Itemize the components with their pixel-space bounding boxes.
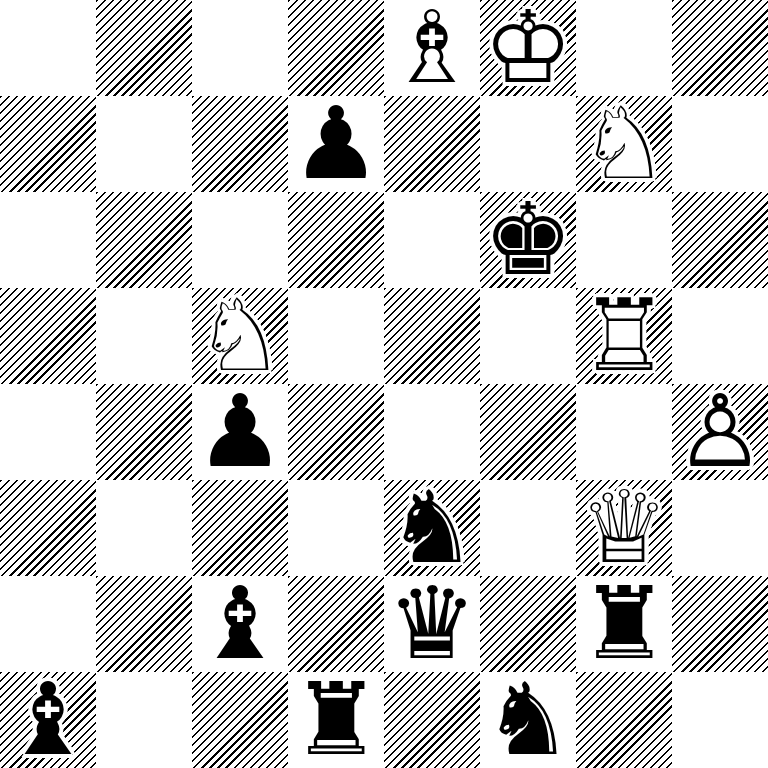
piece-glyph: ♟: [288, 96, 384, 192]
piece-glyph: ♜: [576, 576, 672, 672]
white-knight-piece[interactable]: ♞♘: [192, 288, 288, 384]
square-c4[interactable]: ♟♟: [192, 384, 288, 480]
square-c2[interactable]: ♝♝: [192, 576, 288, 672]
square-h2[interactable]: [672, 576, 768, 672]
square-c5[interactable]: ♞♘: [192, 288, 288, 384]
black-king-piece[interactable]: ♚♚: [480, 192, 576, 288]
piece-glyph: ♘: [192, 288, 288, 384]
square-f8[interactable]: ♚♔: [480, 0, 576, 96]
square-g5[interactable]: ♜♖: [576, 288, 672, 384]
square-g3[interactable]: ♛♕: [576, 480, 672, 576]
black-pawn-piece[interactable]: ♟♟: [192, 384, 288, 480]
square-b1[interactable]: [96, 672, 192, 768]
square-e1[interactable]: [384, 672, 480, 768]
square-e8[interactable]: ♝♗: [384, 0, 480, 96]
square-h3[interactable]: [672, 480, 768, 576]
square-d7[interactable]: ♟♟: [288, 96, 384, 192]
white-king-piece[interactable]: ♚♔: [480, 0, 576, 96]
black-knight-piece[interactable]: ♞♞: [384, 480, 480, 576]
square-d3[interactable]: [288, 480, 384, 576]
white-bishop-piece[interactable]: ♝♗: [384, 0, 480, 96]
square-f5[interactable]: [480, 288, 576, 384]
square-b3[interactable]: [96, 480, 192, 576]
square-b5[interactable]: [96, 288, 192, 384]
square-a8[interactable]: [0, 0, 96, 96]
square-h6[interactable]: [672, 192, 768, 288]
black-knight-piece[interactable]: ♞♞: [480, 672, 576, 768]
square-d4[interactable]: [288, 384, 384, 480]
square-e3[interactable]: ♞♞: [384, 480, 480, 576]
piece-glyph: ♗: [384, 0, 480, 96]
square-d8[interactable]: [288, 0, 384, 96]
square-a3[interactable]: [0, 480, 96, 576]
piece-glyph: ♞: [480, 672, 576, 768]
piece-glyph: ♜: [288, 672, 384, 768]
square-a5[interactable]: [0, 288, 96, 384]
square-e4[interactable]: [384, 384, 480, 480]
black-bishop-piece[interactable]: ♝♝: [0, 672, 96, 768]
black-queen-piece[interactable]: ♛♛: [384, 576, 480, 672]
black-bishop-piece[interactable]: ♝♝: [192, 576, 288, 672]
black-rook-piece[interactable]: ♜♜: [576, 576, 672, 672]
square-g7[interactable]: ♞♘: [576, 96, 672, 192]
square-h4[interactable]: ♟♙: [672, 384, 768, 480]
square-g1[interactable]: [576, 672, 672, 768]
square-g8[interactable]: [576, 0, 672, 96]
piece-glyph: ♚: [480, 192, 576, 288]
white-knight-piece[interactable]: ♞♘: [576, 96, 672, 192]
square-f6[interactable]: ♚♚: [480, 192, 576, 288]
square-f7[interactable]: [480, 96, 576, 192]
piece-glyph: ♙: [672, 384, 768, 480]
piece-glyph: ♛: [384, 576, 480, 672]
piece-glyph: ♞: [384, 480, 480, 576]
square-d1[interactable]: ♜♜: [288, 672, 384, 768]
square-f1[interactable]: ♞♞: [480, 672, 576, 768]
square-b6[interactable]: [96, 192, 192, 288]
square-c7[interactable]: [192, 96, 288, 192]
black-pawn-piece[interactable]: ♟♟: [288, 96, 384, 192]
square-b2[interactable]: [96, 576, 192, 672]
square-c8[interactable]: [192, 0, 288, 96]
square-c6[interactable]: [192, 192, 288, 288]
square-e6[interactable]: [384, 192, 480, 288]
black-rook-piece[interactable]: ♜♜: [288, 672, 384, 768]
square-e5[interactable]: [384, 288, 480, 384]
square-e2[interactable]: ♛♛: [384, 576, 480, 672]
square-a1[interactable]: ♝♝: [0, 672, 96, 768]
square-b7[interactable]: [96, 96, 192, 192]
white-pawn-piece[interactable]: ♟♙: [672, 384, 768, 480]
square-c1[interactable]: [192, 672, 288, 768]
square-a4[interactable]: [0, 384, 96, 480]
white-queen-piece[interactable]: ♛♕: [576, 480, 672, 576]
square-a7[interactable]: [0, 96, 96, 192]
piece-glyph: ♘: [576, 96, 672, 192]
square-b8[interactable]: [96, 0, 192, 96]
square-b4[interactable]: [96, 384, 192, 480]
square-d6[interactable]: [288, 192, 384, 288]
piece-glyph: ♟: [192, 384, 288, 480]
square-f2[interactable]: [480, 576, 576, 672]
square-g2[interactable]: ♜♜: [576, 576, 672, 672]
square-a2[interactable]: [0, 576, 96, 672]
square-a6[interactable]: [0, 192, 96, 288]
square-d5[interactable]: [288, 288, 384, 384]
square-c3[interactable]: [192, 480, 288, 576]
square-f3[interactable]: [480, 480, 576, 576]
square-h1[interactable]: [672, 672, 768, 768]
square-d2[interactable]: [288, 576, 384, 672]
square-f4[interactable]: [480, 384, 576, 480]
square-g6[interactable]: [576, 192, 672, 288]
white-rook-piece[interactable]: ♜♖: [576, 288, 672, 384]
square-e7[interactable]: [384, 96, 480, 192]
piece-glyph: ♝: [0, 672, 96, 768]
piece-glyph: ♕: [576, 480, 672, 576]
piece-glyph: ♔: [480, 0, 576, 96]
square-g4[interactable]: [576, 384, 672, 480]
square-h8[interactable]: [672, 0, 768, 96]
square-h7[interactable]: [672, 96, 768, 192]
square-h5[interactable]: [672, 288, 768, 384]
piece-glyph: ♖: [576, 288, 672, 384]
piece-glyph: ♝: [192, 576, 288, 672]
chess-board: ♝♗♚♔♟♟♞♘♚♚♞♘♜♖♟♟♟♙♞♞♛♕♝♝♛♛♜♜♝♝♜♜♞♞: [0, 0, 768, 768]
